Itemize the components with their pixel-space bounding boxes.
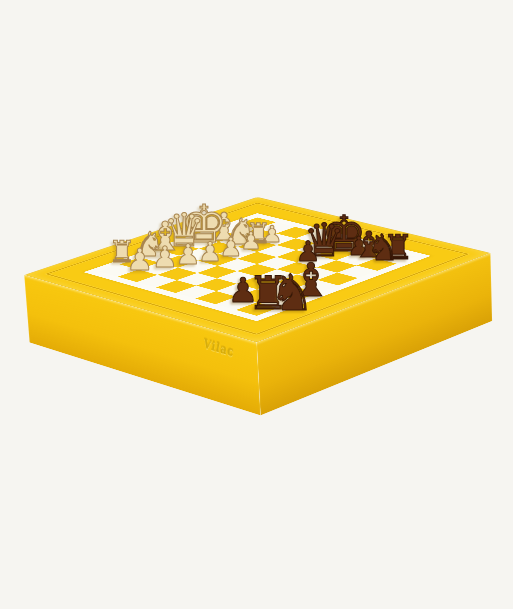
square-d1 [156,280,196,293]
piece-black-knight-h2[interactable]: ♞ [270,268,315,318]
piece-white-pawn-b5[interactable]: ♟ [219,234,242,260]
piece-white-pawn-b2[interactable]: ♟ [152,243,178,272]
piece-white-pawn-b6[interactable]: ♟ [240,229,262,253]
square-e1 [176,286,217,299]
embossed-logo: Vilac [202,336,233,360]
piece-white-pawn-b1[interactable]: ♟ [127,245,154,275]
piece-white-pawn-b4[interactable]: ♟ [198,238,222,265]
piece-white-pawn-b3[interactable]: ♟ [175,241,200,269]
piece-black-knight-h7[interactable]: ♞ [367,230,399,266]
product-photo-stage: Vilac ♜♟♞♝♟♛♟♚♟♝♟♞♟♜♟♟♛♚♟♝♞♜♟♜♞♝ [0,0,513,609]
square-d2 [177,273,217,286]
